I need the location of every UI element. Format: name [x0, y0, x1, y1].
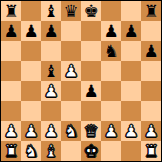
piece-black-pawn: ♟ — [143, 41, 158, 61]
square-b3[interactable] — [21, 101, 41, 121]
square-b8[interactable] — [21, 1, 41, 21]
square-c6[interactable] — [41, 41, 61, 61]
piece-black-pawn: ♟ — [83, 81, 98, 101]
square-d2[interactable]: ♞ — [61, 121, 81, 141]
square-g6[interactable] — [121, 41, 141, 61]
square-c1[interactable]: ♝ — [41, 141, 61, 161]
piece-black-queen: ♛ — [63, 1, 78, 21]
piece-white-queen: ♛ — [83, 121, 98, 141]
square-f8[interactable] — [101, 1, 121, 21]
square-g5[interactable] — [121, 61, 141, 81]
piece-white-pawn: ♟ — [43, 81, 58, 101]
square-b1[interactable]: ♞ — [21, 141, 41, 161]
piece-white-rook: ♜ — [143, 141, 158, 161]
square-h3[interactable] — [141, 101, 161, 121]
square-d3[interactable] — [61, 101, 81, 121]
square-e6[interactable] — [81, 41, 101, 61]
square-f3[interactable] — [101, 101, 121, 121]
square-h7[interactable] — [141, 21, 161, 41]
square-d6[interactable] — [61, 41, 81, 61]
square-a5[interactable] — [1, 61, 21, 81]
square-c8[interactable]: ♝ — [41, 1, 61, 21]
square-e5[interactable] — [81, 61, 101, 81]
square-b7[interactable]: ♟ — [21, 21, 41, 41]
square-e2[interactable]: ♛ — [81, 121, 101, 141]
square-d7[interactable] — [61, 21, 81, 41]
piece-black-bishop: ♝ — [43, 1, 58, 21]
piece-black-bishop: ♝ — [43, 61, 58, 81]
square-b4[interactable] — [21, 81, 41, 101]
square-a1[interactable]: ♜ — [1, 141, 21, 161]
piece-white-pawn: ♟ — [43, 121, 58, 141]
piece-white-bishop: ♝ — [43, 141, 58, 161]
piece-black-king: ♚ — [83, 1, 98, 21]
square-h8[interactable]: ♜ — [141, 1, 161, 21]
square-a8[interactable]: ♜ — [1, 1, 21, 21]
square-b5[interactable] — [21, 61, 41, 81]
piece-white-pawn: ♟ — [3, 121, 18, 141]
piece-white-pawn: ♟ — [103, 121, 118, 141]
square-g1[interactable] — [121, 141, 141, 161]
piece-black-pawn: ♟ — [3, 21, 18, 41]
square-h1[interactable]: ♜ — [141, 141, 161, 161]
square-c3[interactable] — [41, 101, 61, 121]
square-d4[interactable] — [61, 81, 81, 101]
piece-black-rook: ♜ — [3, 1, 18, 21]
square-f6[interactable]: ♞ — [101, 41, 121, 61]
square-c2[interactable]: ♟ — [41, 121, 61, 141]
square-g3[interactable] — [121, 101, 141, 121]
square-f1[interactable] — [101, 141, 121, 161]
square-e3[interactable] — [81, 101, 101, 121]
square-a6[interactable] — [1, 41, 21, 61]
square-a7[interactable]: ♟ — [1, 21, 21, 41]
square-h5[interactable] — [141, 61, 161, 81]
piece-black-pawn: ♟ — [123, 21, 138, 41]
piece-black-pawn: ♟ — [23, 21, 38, 41]
square-g2[interactable]: ♟ — [121, 121, 141, 141]
piece-white-pawn: ♟ — [23, 121, 38, 141]
piece-black-pawn: ♟ — [103, 21, 118, 41]
square-a4[interactable] — [1, 81, 21, 101]
square-h2[interactable]: ♟ — [141, 121, 161, 141]
square-e8[interactable]: ♚ — [81, 1, 101, 21]
piece-black-pawn: ♟ — [43, 21, 58, 41]
square-e7[interactable] — [81, 21, 101, 41]
square-f5[interactable] — [101, 61, 121, 81]
piece-white-rook: ♜ — [3, 141, 18, 161]
square-a2[interactable]: ♟ — [1, 121, 21, 141]
square-f4[interactable] — [101, 81, 121, 101]
square-d8[interactable]: ♛ — [61, 1, 81, 21]
square-d1[interactable] — [61, 141, 81, 161]
piece-white-knight: ♞ — [23, 141, 38, 161]
square-c5[interactable]: ♝ — [41, 61, 61, 81]
square-b6[interactable] — [21, 41, 41, 61]
piece-white-king: ♚ — [83, 141, 98, 161]
square-e1[interactable]: ♚ — [81, 141, 101, 161]
square-g8[interactable] — [121, 1, 141, 21]
piece-white-pawn: ♟ — [63, 61, 78, 81]
square-g4[interactable] — [121, 81, 141, 101]
square-h6[interactable]: ♟ — [141, 41, 161, 61]
square-g7[interactable]: ♟ — [121, 21, 141, 41]
piece-white-knight: ♞ — [63, 121, 78, 141]
square-b2[interactable]: ♟ — [21, 121, 41, 141]
square-a3[interactable] — [1, 101, 21, 121]
piece-white-pawn: ♟ — [123, 121, 138, 141]
piece-black-knight: ♞ — [103, 41, 118, 61]
square-d5[interactable]: ♟ — [61, 61, 81, 81]
square-f7[interactable]: ♟ — [101, 21, 121, 41]
square-c4[interactable]: ♟ — [41, 81, 61, 101]
square-f2[interactable]: ♟ — [101, 121, 121, 141]
chess-board: ♜♝♛♚♜♟♟♟♟♟♞♟♝♟♟♟♟♟♟♞♛♟♟♟♜♞♝♚♜ — [0, 0, 162, 162]
piece-white-pawn: ♟ — [143, 121, 158, 141]
square-e4[interactable]: ♟ — [81, 81, 101, 101]
square-h4[interactable] — [141, 81, 161, 101]
square-c7[interactable]: ♟ — [41, 21, 61, 41]
piece-black-rook: ♜ — [143, 1, 158, 21]
